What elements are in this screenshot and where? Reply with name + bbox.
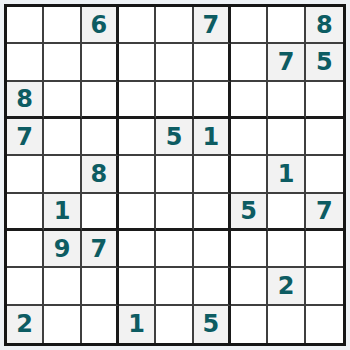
cell-r1c3: 6 xyxy=(82,7,119,44)
cell-r1c1[interactable] xyxy=(7,7,44,44)
cell-r4c3[interactable] xyxy=(82,119,119,156)
cell-r4c8[interactable] xyxy=(268,119,305,156)
cell-r8c5[interactable] xyxy=(156,268,193,305)
cell-r9c6: 5 xyxy=(194,306,231,343)
cell-r2c2[interactable] xyxy=(44,44,81,81)
cell-r2c9: 5 xyxy=(306,44,343,81)
cell-r9c9[interactable] xyxy=(306,306,343,343)
cell-r2c7[interactable] xyxy=(231,44,268,81)
cell-r3c4[interactable] xyxy=(119,82,156,119)
cell-r2c4[interactable] xyxy=(119,44,156,81)
cell-r2c1[interactable] xyxy=(7,44,44,81)
cell-r6c6[interactable] xyxy=(194,194,231,231)
cell-r3c9[interactable] xyxy=(306,82,343,119)
cell-r2c8: 7 xyxy=(268,44,305,81)
cell-r4c2[interactable] xyxy=(44,119,81,156)
cell-r6c7: 5 xyxy=(231,194,268,231)
cell-r7c6[interactable] xyxy=(194,231,231,268)
cell-r5c9[interactable] xyxy=(306,156,343,193)
cell-r9c8[interactable] xyxy=(268,306,305,343)
cell-r1c5[interactable] xyxy=(156,7,193,44)
cell-r3c2[interactable] xyxy=(44,82,81,119)
cell-r9c7[interactable] xyxy=(231,306,268,343)
cell-r3c1: 8 xyxy=(7,82,44,119)
cell-r7c9[interactable] xyxy=(306,231,343,268)
cell-r6c1[interactable] xyxy=(7,194,44,231)
cell-r1c6: 7 xyxy=(194,7,231,44)
cell-r2c3[interactable] xyxy=(82,44,119,81)
cell-r8c1[interactable] xyxy=(7,268,44,305)
cell-r9c1: 2 xyxy=(7,306,44,343)
cell-r6c3[interactable] xyxy=(82,194,119,231)
cell-r3c7[interactable] xyxy=(231,82,268,119)
cell-r7c4[interactable] xyxy=(119,231,156,268)
cell-r1c9: 8 xyxy=(306,7,343,44)
cell-r3c8[interactable] xyxy=(268,82,305,119)
cell-r6c9: 7 xyxy=(306,194,343,231)
cell-r9c4: 1 xyxy=(119,306,156,343)
cell-r8c9[interactable] xyxy=(306,268,343,305)
cell-r7c2: 9 xyxy=(44,231,81,268)
cell-r5c4[interactable] xyxy=(119,156,156,193)
cell-r4c5: 5 xyxy=(156,119,193,156)
cell-r8c6[interactable] xyxy=(194,268,231,305)
cell-r6c2: 1 xyxy=(44,194,81,231)
cell-r8c3[interactable] xyxy=(82,268,119,305)
cell-r1c4[interactable] xyxy=(119,7,156,44)
cell-r4c9[interactable] xyxy=(306,119,343,156)
cell-r9c5[interactable] xyxy=(156,306,193,343)
cell-r5c2[interactable] xyxy=(44,156,81,193)
cell-r5c5[interactable] xyxy=(156,156,193,193)
cell-r5c7[interactable] xyxy=(231,156,268,193)
cell-r5c1[interactable] xyxy=(7,156,44,193)
cell-r7c3: 7 xyxy=(82,231,119,268)
cell-r1c7[interactable] xyxy=(231,7,268,44)
cell-r4c4[interactable] xyxy=(119,119,156,156)
cell-r8c7[interactable] xyxy=(231,268,268,305)
cell-r4c6: 1 xyxy=(194,119,231,156)
cell-r9c2[interactable] xyxy=(44,306,81,343)
cell-r7c1[interactable] xyxy=(7,231,44,268)
cell-r3c6[interactable] xyxy=(194,82,231,119)
cell-r4c1: 7 xyxy=(7,119,44,156)
cell-r3c3[interactable] xyxy=(82,82,119,119)
cell-r8c2[interactable] xyxy=(44,268,81,305)
cell-r5c3: 8 xyxy=(82,156,119,193)
cell-r5c8: 1 xyxy=(268,156,305,193)
cell-r6c5[interactable] xyxy=(156,194,193,231)
cell-r9c3[interactable] xyxy=(82,306,119,343)
cell-r5c6[interactable] xyxy=(194,156,231,193)
cell-r2c5[interactable] xyxy=(156,44,193,81)
cell-r3c5[interactable] xyxy=(156,82,193,119)
cell-r7c5[interactable] xyxy=(156,231,193,268)
cell-r4c7[interactable] xyxy=(231,119,268,156)
cell-r8c4[interactable] xyxy=(119,268,156,305)
sudoku-board: 67875875181157972215 xyxy=(4,4,346,346)
cell-r7c8[interactable] xyxy=(268,231,305,268)
cell-r1c8[interactable] xyxy=(268,7,305,44)
cell-r7c7[interactable] xyxy=(231,231,268,268)
cell-r6c8[interactable] xyxy=(268,194,305,231)
cell-r2c6[interactable] xyxy=(194,44,231,81)
cell-r1c2[interactable] xyxy=(44,7,81,44)
cell-r6c4[interactable] xyxy=(119,194,156,231)
cell-r8c8: 2 xyxy=(268,268,305,305)
page: 67875875181157972215 xyxy=(0,0,350,350)
